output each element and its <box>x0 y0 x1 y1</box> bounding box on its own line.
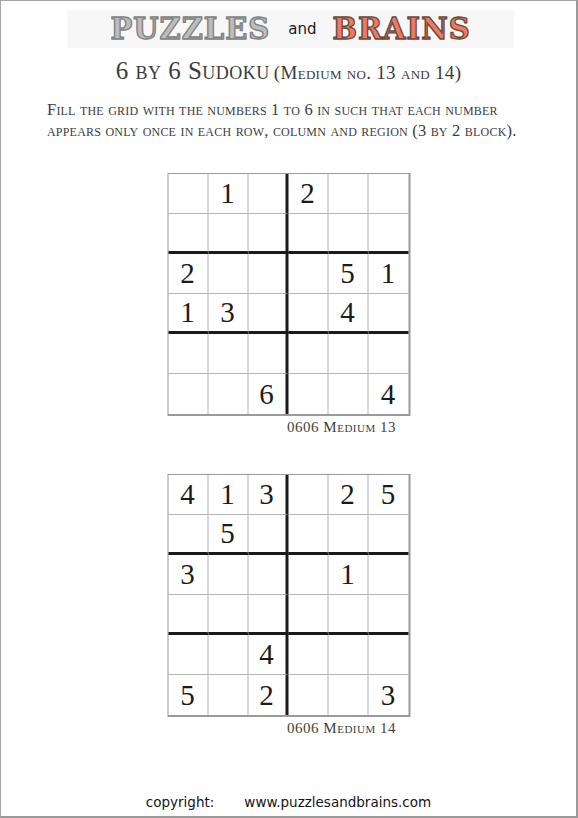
p2-cell-r2c3 <box>248 515 288 555</box>
p2-cell-r3c6 <box>368 555 408 595</box>
puzzle-sheet: Puzzles and Brains 6 by 6 Sudoku (Medium… <box>0 0 578 818</box>
p1-cell-r4c4 <box>288 294 328 334</box>
logo-banner: Puzzles and Brains <box>67 10 514 48</box>
p1-cell-r4c6 <box>368 294 408 334</box>
puzzle-14-block: 413255314523 0606 Medium 14 <box>167 474 410 737</box>
p2-cell-r1c4 <box>288 475 328 515</box>
p1-cell-r3c3 <box>248 254 288 294</box>
page-title-main: 6 by 6 Sudoku <box>116 57 270 84</box>
p1-cell-r4c1: 1 <box>168 294 208 334</box>
p1-cell-r4c2: 3 <box>208 294 248 334</box>
p2-cell-r3c5: 1 <box>328 555 368 595</box>
p1-cell-r4c3 <box>248 294 288 334</box>
p1-cell-r6c6: 4 <box>368 374 408 414</box>
p2-cell-r4c1 <box>168 595 208 635</box>
instructions: Fill the grid with the numbers 1 to 6 in… <box>47 99 539 142</box>
p2-cell-r4c3 <box>248 595 288 635</box>
p2-cell-r6c6: 3 <box>368 675 408 715</box>
p2-cell-r3c2 <box>208 555 248 595</box>
p2-cell-r5c4 <box>288 635 328 675</box>
p2-cell-r2c4 <box>288 515 328 555</box>
p2-cell-r3c1: 3 <box>168 555 208 595</box>
p2-cell-r3c3 <box>248 555 288 595</box>
p1-cell-r3c4 <box>288 254 328 294</box>
p2-cell-r4c2 <box>208 595 248 635</box>
logo-and-text: and <box>288 20 316 38</box>
p1-cell-r1c3 <box>248 174 288 214</box>
p2-cell-r5c3: 4 <box>248 635 288 675</box>
p2-cell-r1c5: 2 <box>328 475 368 515</box>
p2-cell-r6c5 <box>328 675 368 715</box>
puzzle-13-grid: 1225113464 <box>167 173 410 416</box>
p1-cell-r5c2 <box>208 334 248 374</box>
p2-cell-r6c1: 5 <box>168 675 208 715</box>
p1-cell-r2c6 <box>368 214 408 254</box>
p2-cell-r2c5 <box>328 515 368 555</box>
p1-cell-r6c5 <box>328 374 368 414</box>
p1-cell-r5c1 <box>168 334 208 374</box>
p1-cell-r5c3 <box>248 334 288 374</box>
p1-cell-r1c2: 1 <box>208 174 248 214</box>
p1-cell-r3c2 <box>208 254 248 294</box>
p2-cell-r2c2: 5 <box>208 515 248 555</box>
p2-cell-r1c1: 4 <box>168 475 208 515</box>
puzzle-14-caption: 0606 Medium 14 <box>167 720 410 737</box>
p1-cell-r3c6: 1 <box>368 254 408 294</box>
p2-cell-r4c4 <box>288 595 328 635</box>
p2-cell-r4c5 <box>328 595 368 635</box>
p2-cell-r5c2 <box>208 635 248 675</box>
puzzle-14-grid: 413255314523 <box>167 474 410 717</box>
logo-brains-text: Brains <box>332 15 470 44</box>
p2-cell-r2c6 <box>368 515 408 555</box>
p1-cell-r1c4: 2 <box>288 174 328 214</box>
p1-cell-r6c3: 6 <box>248 374 288 414</box>
p1-cell-r2c1 <box>168 214 208 254</box>
copyright-url: www.puzzlesandbrains.com <box>244 794 431 810</box>
p1-cell-r2c3 <box>248 214 288 254</box>
p1-cell-r6c4 <box>288 374 328 414</box>
p2-cell-r4c6 <box>368 595 408 635</box>
puzzle-13-block: 1225113464 0606 Medium 13 <box>167 173 410 436</box>
p1-cell-r3c5: 5 <box>328 254 368 294</box>
p1-cell-r1c6 <box>368 174 408 214</box>
page-title: 6 by 6 Sudoku (Medium no. 13 and 14) <box>1 57 576 85</box>
p1-cell-r2c4 <box>288 214 328 254</box>
footer-copyright: copyright:www.puzzlesandbrains.com <box>1 794 576 810</box>
copyright-label: copyright: <box>146 794 215 810</box>
p1-cell-r3c1: 2 <box>168 254 208 294</box>
logo-puzzles-text: Puzzles <box>110 15 270 44</box>
page-title-sub: (Medium no. 13 and 14) <box>274 62 461 83</box>
p2-cell-r1c6: 5 <box>368 475 408 515</box>
p2-cell-r6c2 <box>208 675 248 715</box>
p2-cell-r5c1 <box>168 635 208 675</box>
p1-cell-r5c5 <box>328 334 368 374</box>
p1-cell-r1c1 <box>168 174 208 214</box>
p2-cell-r5c5 <box>328 635 368 675</box>
p1-cell-r5c6 <box>368 334 408 374</box>
p2-cell-r2c1 <box>168 515 208 555</box>
p1-cell-r2c5 <box>328 214 368 254</box>
p2-cell-r6c4 <box>288 675 328 715</box>
p1-cell-r5c4 <box>288 334 328 374</box>
p2-cell-r5c6 <box>368 635 408 675</box>
p2-cell-r1c3: 3 <box>248 475 288 515</box>
p1-cell-r2c2 <box>208 214 248 254</box>
p2-cell-r1c2: 1 <box>208 475 248 515</box>
instructions-line-2: appears only once in each row, column an… <box>47 120 539 141</box>
p2-cell-r6c3: 2 <box>248 675 288 715</box>
p2-cell-r3c4 <box>288 555 328 595</box>
p1-cell-r6c2 <box>208 374 248 414</box>
puzzle-13-caption: 0606 Medium 13 <box>167 419 410 436</box>
instructions-line-1: Fill the grid with the numbers 1 to 6 in… <box>47 99 539 120</box>
p1-cell-r1c5 <box>328 174 368 214</box>
p1-cell-r6c1 <box>168 374 208 414</box>
p1-cell-r4c5: 4 <box>328 294 368 334</box>
